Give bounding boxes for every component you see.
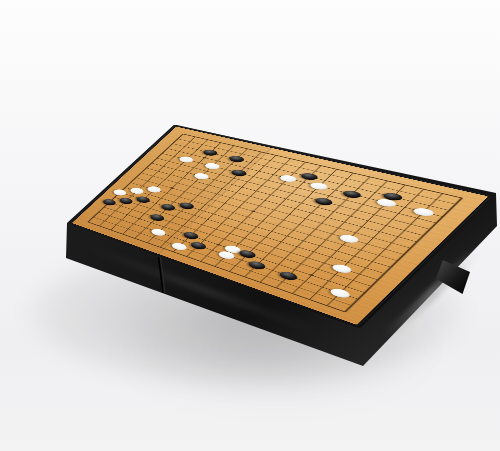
star-point bbox=[309, 274, 315, 277]
star-point bbox=[202, 157, 206, 159]
star-point bbox=[216, 243, 221, 245]
product-photo-stage bbox=[0, 0, 500, 451]
star-point bbox=[251, 210, 256, 212]
star-point bbox=[137, 218, 141, 220]
star-point bbox=[170, 187, 174, 189]
